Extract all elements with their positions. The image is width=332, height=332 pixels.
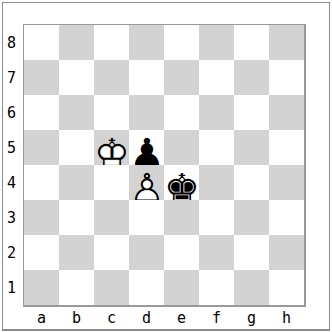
square-h6[interactable] [269,95,304,130]
square-g8[interactable] [234,25,269,60]
square-h3[interactable] [269,200,304,235]
square-c6[interactable] [94,95,129,130]
file-label-d: d [129,307,164,329]
square-b2[interactable] [59,235,94,270]
square-c8[interactable] [94,25,129,60]
square-d5[interactable]: ♟ [129,130,164,165]
square-g2[interactable] [234,235,269,270]
square-d1[interactable] [129,270,164,305]
file-labels: abcdefgh [24,307,304,329]
file-label-e: e [164,307,199,329]
square-c2[interactable] [94,235,129,270]
square-d8[interactable] [129,25,164,60]
square-g7[interactable] [234,60,269,95]
rank-label-1: 1 [3,270,20,305]
square-b8[interactable] [59,25,94,60]
rank-label-3: 3 [3,200,20,235]
white-king-piece[interactable]: ♚♔ [94,133,129,168]
file-label-c: c [94,307,129,329]
square-b7[interactable] [59,60,94,95]
square-e2[interactable] [164,235,199,270]
square-g1[interactable] [234,270,269,305]
chess-board: ♚♔♟♟♙♚ [23,24,306,307]
file-label-f: f [199,307,234,329]
file-label-g: g [234,307,269,329]
square-a5[interactable] [24,130,59,165]
square-h1[interactable] [269,270,304,305]
square-c3[interactable] [94,200,129,235]
square-f7[interactable] [199,60,234,95]
square-e1[interactable] [164,270,199,305]
square-c4[interactable] [94,165,129,200]
square-a7[interactable] [24,60,59,95]
square-c7[interactable] [94,60,129,95]
square-g6[interactable] [234,95,269,130]
black-king-piece[interactable]: ♚ [164,168,199,203]
square-g4[interactable] [234,165,269,200]
square-e7[interactable] [164,60,199,95]
square-h7[interactable] [269,60,304,95]
rank-label-4: 4 [3,165,20,200]
square-e6[interactable] [164,95,199,130]
square-g5[interactable] [234,130,269,165]
square-f1[interactable] [199,270,234,305]
square-a4[interactable] [24,165,59,200]
square-a8[interactable] [24,25,59,60]
square-e5[interactable] [164,130,199,165]
square-a1[interactable] [24,270,59,305]
file-label-b: b [59,307,94,329]
square-f6[interactable] [199,95,234,130]
square-d7[interactable] [129,60,164,95]
square-d3[interactable] [129,200,164,235]
square-d6[interactable] [129,95,164,130]
rank-label-6: 6 [3,95,20,130]
square-h2[interactable] [269,235,304,270]
square-b4[interactable] [59,165,94,200]
white-pawn-piece[interactable]: ♟♙ [129,168,164,203]
square-b5[interactable] [59,130,94,165]
file-label-a: a [24,307,59,329]
rank-label-5: 5 [3,130,20,165]
square-a2[interactable] [24,235,59,270]
square-a6[interactable] [24,95,59,130]
file-label-h: h [269,307,304,329]
square-b3[interactable] [59,200,94,235]
square-d4[interactable]: ♟♙ [129,165,164,200]
black-pawn-piece[interactable]: ♟ [129,133,164,168]
square-f8[interactable] [199,25,234,60]
square-f2[interactable] [199,235,234,270]
square-f4[interactable] [199,165,234,200]
square-a3[interactable] [24,200,59,235]
square-h5[interactable] [269,130,304,165]
rank-label-8: 8 [3,25,20,60]
rank-label-7: 7 [3,60,20,95]
rank-labels: 87654321 [3,25,20,305]
square-e8[interactable] [164,25,199,60]
square-f3[interactable] [199,200,234,235]
square-b1[interactable] [59,270,94,305]
square-d2[interactable] [129,235,164,270]
square-h4[interactable] [269,165,304,200]
square-e3[interactable] [164,200,199,235]
square-h8[interactable] [269,25,304,60]
square-c1[interactable] [94,270,129,305]
rank-label-2: 2 [3,235,20,270]
square-g3[interactable] [234,200,269,235]
square-e4[interactable]: ♚ [164,165,199,200]
square-c5[interactable]: ♚♔ [94,130,129,165]
square-f5[interactable] [199,130,234,165]
square-b6[interactable] [59,95,94,130]
